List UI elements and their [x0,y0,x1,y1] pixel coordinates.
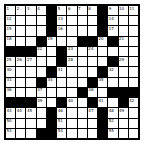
cell-r5-c3[interactable] [37,57,46,66]
clue-number: 50 [7,119,12,124]
clue-number: 33 [7,78,12,83]
clue-number: 24 [88,47,93,52]
clue-number: 55 [109,129,114,134]
cell-r11-c9 [98,119,107,128]
cell-r0-c8[interactable]: 8 [88,6,97,15]
cell-r11-c11[interactable] [119,119,128,128]
cell-r10-c11[interactable]: 49 [119,108,128,117]
clue-number: 36 [7,88,12,93]
cell-r7-c9[interactable]: 35 [98,78,107,87]
cell-r8-c0[interactable]: 36 [6,88,15,97]
cell-r4-c0 [6,47,15,56]
clue-number: 4 [37,6,40,11]
cell-r4-c11[interactable] [119,47,128,56]
cell-r12-c3 [37,129,46,138]
cell-r5-c5 [57,57,66,66]
clue-number: 20 [99,37,104,42]
cell-r3-c10 [108,37,117,46]
cell-r9-c10[interactable] [108,98,117,107]
cell-r8-c4[interactable] [47,88,56,97]
clue-number: 14 [109,16,114,21]
clue-number: 46 [58,108,63,113]
clue-number: 45 [27,108,32,113]
clue-number: 43 [7,108,12,113]
cell-r8-c12 [129,88,138,97]
cell-r0-c10[interactable]: 9 [108,6,117,15]
cell-r12-c9 [98,129,107,138]
clue-number: 47 [88,108,93,113]
cell-r1-c0[interactable]: 12 [6,16,15,25]
cell-r0-c6[interactable]: 6 [67,6,76,15]
crossword-board: 1234567891011121314151617181920212223242… [4,4,140,140]
cell-r5-c7[interactable] [78,57,87,66]
cell-r2-c3[interactable] [37,26,46,35]
cell-r5-c11[interactable]: 29 [119,57,128,66]
cell-r4-c8[interactable]: 24 [88,47,97,56]
cell-r7-c10[interactable] [108,78,117,87]
cell-r12-c12[interactable] [129,129,138,138]
clue-number: 34 [47,78,52,83]
cell-r7-c11[interactable] [119,78,128,87]
cell-r6-c9 [98,67,107,76]
cell-r6-c3[interactable] [37,67,46,76]
cell-r10-c5[interactable]: 46 [57,108,66,117]
cell-r1-c12[interactable] [129,16,138,25]
cell-r1-c2[interactable] [26,16,35,25]
clue-number: 38 [88,88,93,93]
cell-r9-c7[interactable] [78,98,87,107]
clue-number: 40 [68,98,73,103]
clue-number: 39 [37,98,42,103]
cell-r2-c12[interactable] [129,26,138,35]
clue-number: 19 [47,37,52,42]
cell-r9-c9[interactable]: 41 [98,98,107,107]
cell-r8-c7 [78,88,87,97]
cell-r3-c1[interactable] [16,37,25,46]
clue-number: 44 [17,108,22,113]
clue-number: 51 [58,119,63,124]
cell-r3-c6[interactable] [67,37,76,46]
clue-number: 10 [119,6,124,11]
clue-number: 26 [17,57,22,62]
cell-r8-c9[interactable] [98,88,107,97]
cell-r10-c12[interactable] [129,108,138,117]
cell-r7-c2[interactable] [26,78,35,87]
cell-r7-c1[interactable] [16,78,25,87]
clue-number: 12 [7,16,12,21]
cell-r2-c11[interactable] [119,26,128,35]
cell-r5-c9[interactable] [98,57,107,66]
cell-r7-c3 [37,78,46,87]
cell-r3-c12[interactable] [129,37,138,46]
clue-number: 5 [58,6,61,11]
cell-r9-c5 [57,98,66,107]
cell-r2-c9 [98,26,107,35]
cell-r4-c6[interactable]: 23 [67,47,76,56]
cell-r4-c4[interactable] [47,47,56,56]
clue-number: 17 [109,26,114,31]
cell-r9-c12[interactable]: 42 [129,98,138,107]
cell-r6-c5[interactable]: 31 [57,67,66,76]
cell-r7-c8 [88,78,97,87]
cell-r1-c1[interactable] [16,16,25,25]
cell-r2-c7[interactable] [78,26,87,35]
cell-r12-c2[interactable] [26,129,35,138]
clue-number: 42 [129,98,134,103]
clue-number: 35 [99,78,104,83]
clue-number: 28 [68,57,73,62]
cell-r11-c12[interactable] [129,119,138,128]
cell-r9-c8 [88,98,97,107]
cell-r0-c7[interactable]: 7 [78,6,87,15]
cell-r7-c12[interactable] [129,78,138,87]
cell-r9-c2 [26,98,35,107]
cell-r3-c2[interactable] [26,37,35,46]
cell-r0-c5[interactable]: 5 [57,6,66,15]
cell-r4-c9[interactable] [98,47,107,56]
clue-number: 53 [7,129,12,134]
cell-r10-c1[interactable]: 44 [16,108,25,117]
cell-r11-c7[interactable] [78,119,87,128]
cell-r8-c8[interactable]: 38 [88,88,97,97]
clue-number: 54 [58,129,63,134]
cell-r3-c4[interactable]: 19 [47,37,56,46]
cell-r6-c12[interactable] [129,67,138,76]
cell-r2-c2[interactable] [26,26,35,35]
cell-r12-c10[interactable]: 55 [108,129,117,138]
cell-r1-c8[interactable] [88,16,97,25]
cell-r3-c0[interactable]: 18 [6,37,15,46]
clue-number: 13 [58,16,63,21]
cell-r0-c12[interactable]: 11 [129,6,138,15]
cell-r4-c7[interactable] [78,47,87,56]
cell-r5-c10 [108,57,117,66]
cell-r11-c8[interactable] [88,119,97,128]
cell-r12-c4 [47,129,56,138]
cell-r4-c5 [57,47,66,56]
clue-number: 27 [27,57,32,62]
clue-number: 6 [68,6,71,11]
cell-r6-c11[interactable] [119,67,128,76]
cell-r1-c3[interactable] [37,16,46,25]
cell-r2-c5[interactable]: 16 [57,26,66,35]
clue-number: 9 [109,6,112,11]
cell-r9-c1 [16,98,25,107]
cell-r10-c0[interactable]: 43 [6,108,15,117]
cell-r12-c8[interactable] [88,129,97,138]
cell-r1-c5[interactable]: 13 [57,16,66,25]
cell-r12-c1[interactable] [16,129,25,138]
cell-r6-c8[interactable] [88,67,97,76]
cell-r12-c5[interactable]: 54 [57,129,66,138]
cell-r0-c1[interactable]: 2 [16,6,25,15]
clue-number: 52 [109,119,114,124]
clue-number: 31 [58,67,63,72]
cell-r10-c9 [98,108,107,117]
cell-r9-c6[interactable]: 40 [67,98,76,107]
cell-r2-c6[interactable] [67,26,76,35]
cell-r4-c12[interactable] [129,47,138,56]
clue-number: 41 [99,98,104,103]
cell-r2-c8[interactable] [88,26,97,35]
cell-r2-c10[interactable]: 17 [108,26,117,35]
cell-r10-c2[interactable]: 45 [26,108,35,117]
cell-r11-c3[interactable] [37,119,46,128]
cell-r5-c4[interactable] [47,57,56,66]
clue-number: 23 [68,47,73,52]
cell-r5-c2[interactable]: 27 [26,57,35,66]
cell-r8-c2[interactable] [26,88,35,97]
clue-number: 1 [7,6,10,11]
cell-r7-c4[interactable]: 34 [47,78,56,87]
clue-number: 18 [7,37,12,42]
clue-number: 25 [7,57,12,62]
cell-r1-c7[interactable] [78,16,87,25]
cell-r10-c8[interactable]: 47 [88,108,97,117]
cell-r0-c4 [47,6,56,15]
clue-number: 29 [119,57,124,62]
clue-number: 30 [7,67,12,72]
clue-number: 8 [88,6,91,11]
clue-number: 48 [109,108,114,113]
clue-number: 7 [78,6,81,11]
cell-r4-c10[interactable] [108,47,117,56]
cell-r1-c10[interactable]: 14 [108,16,117,25]
cell-r6-c0[interactable]: 30 [6,67,15,76]
cell-r4-c3[interactable]: 22 [37,47,46,56]
cell-r0-c2[interactable]: 3 [26,6,35,15]
cell-r10-c7[interactable] [78,108,87,117]
cell-r5-c6[interactable]: 28 [67,57,76,66]
cell-r1-c4 [47,16,56,25]
clue-number: 11 [129,6,134,11]
clue-number: 3 [27,6,30,11]
cell-r10-c4 [47,108,56,117]
cell-r2-c0[interactable]: 15 [6,26,15,35]
cell-r2-c1[interactable] [16,26,25,35]
clue-number: 15 [7,26,12,31]
cell-r11-c5[interactable]: 51 [57,119,66,128]
cell-r3-c11[interactable]: 21 [119,37,128,46]
clue-number: 21 [119,37,124,42]
cell-r10-c3[interactable] [37,108,46,117]
clue-number: 49 [119,108,124,113]
cell-r11-c2[interactable] [26,119,35,128]
cell-r7-c6[interactable] [67,78,76,87]
cell-r10-c6[interactable] [67,108,76,117]
cell-r11-c10[interactable]: 52 [108,119,117,128]
cell-r0-c0[interactable]: 1 [6,6,15,15]
cell-r8-c10 [108,88,117,97]
cell-r6-c6[interactable] [67,67,76,76]
cell-r7-c7[interactable] [78,78,87,87]
cell-r6-c1[interactable] [16,67,25,76]
cell-r9-c0 [6,98,15,107]
cell-r2-c4 [47,26,56,35]
cell-r1-c6[interactable] [67,16,76,25]
cell-r12-c6[interactable] [67,129,76,138]
cell-r6-c7[interactable] [78,67,87,76]
cell-r8-c6[interactable] [67,88,76,97]
cell-r0-c3[interactable]: 4 [37,6,46,15]
cell-r11-c6[interactable] [67,119,76,128]
clue-number: 2 [17,6,20,11]
clue-number: 32 [109,67,114,72]
cell-r8-c11 [119,88,128,97]
cell-r11-c0[interactable]: 50 [6,119,15,128]
cell-r5-c12[interactable] [129,57,138,66]
cell-r5-c1[interactable]: 26 [16,57,25,66]
cell-r11-c4 [47,119,56,128]
cell-r6-c10[interactable]: 32 [108,67,117,76]
cell-r6-c2[interactable] [26,67,35,76]
cell-r1-c11[interactable] [119,16,128,25]
cell-r6-c4 [47,67,56,76]
cell-r8-c3[interactable]: 37 [37,88,46,97]
clue-number: 37 [37,88,42,93]
cell-r10-c10[interactable]: 48 [108,108,117,117]
cell-r1-c9 [98,16,107,25]
cell-r0-c11[interactable]: 10 [119,6,128,15]
cell-r3-c3 [37,37,46,46]
cell-r9-c11 [119,98,128,107]
cell-r9-c4[interactable] [47,98,56,107]
cell-r12-c0[interactable]: 53 [6,129,15,138]
cell-r3-c7 [78,37,87,46]
cell-r11-c1[interactable] [16,119,25,128]
cell-r12-c7[interactable] [78,129,87,138]
cell-r5-c0[interactable]: 25 [6,57,15,66]
cell-r3-c8 [88,37,97,46]
cell-r7-c5[interactable] [57,78,66,87]
cell-r4-c2 [26,47,35,56]
cell-r3-c9[interactable]: 20 [98,37,107,46]
cell-r3-c5[interactable] [57,37,66,46]
clue-number: 22 [37,47,42,52]
cell-r9-c3[interactable]: 39 [37,98,46,107]
cell-r0-c9 [98,6,107,15]
cell-r8-c1[interactable] [16,88,25,97]
clue-number: 16 [58,26,63,31]
cell-r12-c11[interactable] [119,129,128,138]
cell-r4-c1 [16,47,25,56]
cell-r5-c8[interactable] [88,57,97,66]
cell-r7-c0[interactable]: 33 [6,78,15,87]
cell-r8-c5[interactable] [57,88,66,97]
